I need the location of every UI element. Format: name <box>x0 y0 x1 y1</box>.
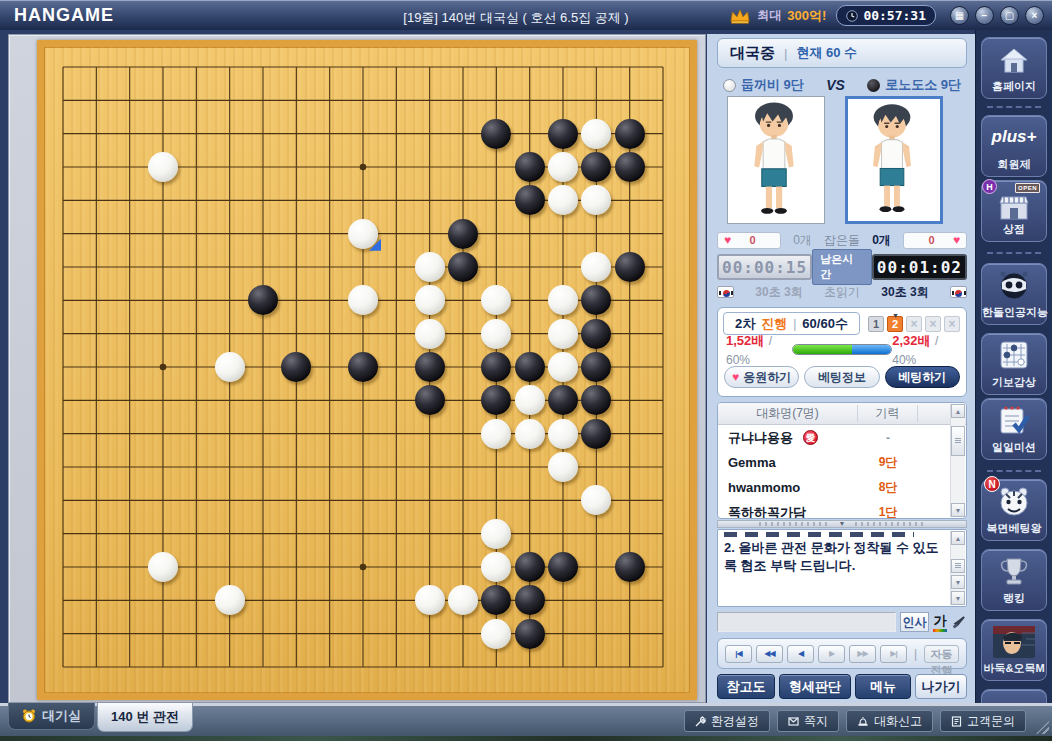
plus-logo: plus+ <box>992 127 1037 147</box>
nav-divider: | <box>914 647 917 661</box>
robot-icon <box>996 269 1032 301</box>
korea-flag-icon <box>950 286 967 298</box>
store-icon <box>998 195 1030 221</box>
white-stone <box>515 419 545 449</box>
white-stone <box>548 319 578 349</box>
black-stone <box>615 252 645 282</box>
last-move-button: ▶| <box>880 645 907 663</box>
white-stone <box>215 352 245 382</box>
clock-icon <box>846 10 858 22</box>
bet-button[interactable]: 베팅하기 <box>885 366 960 388</box>
goban-grid[interactable] <box>63 67 663 667</box>
board-panel <box>8 34 706 703</box>
window-restore-button[interactable]: ▢ <box>1000 6 1019 25</box>
window-minimize-button[interactable]: − <box>975 6 994 25</box>
house-icon <box>997 43 1031 77</box>
black-stone <box>515 185 545 215</box>
report-button[interactable]: 대화신고 <box>846 710 933 732</box>
auto-play-button[interactable]: 자동진행 <box>924 645 959 663</box>
greet-button[interactable]: 인사 <box>900 612 929 632</box>
black-clock: 00:01:02 <box>872 254 967 280</box>
menu-divider <box>987 470 1041 472</box>
vs-label: VS <box>826 77 845 93</box>
white-stone <box>481 519 511 549</box>
document-icon <box>951 716 962 727</box>
wrench-icon <box>695 716 706 727</box>
bottom-bar: 대기실 140 번 관전 환경설정 쪽지 대화신고 <box>0 703 1052 741</box>
note-button[interactable]: 쪽지 <box>777 710 839 732</box>
black-stone <box>515 152 545 182</box>
white-stone <box>581 485 611 515</box>
round-panel: 2차 진행 | 60/60수 12▼××× 1,52배 / 60% 2,32배 … <box>717 307 967 397</box>
white-stone <box>481 419 511 449</box>
black-stone <box>615 552 645 582</box>
black-stone <box>248 285 278 315</box>
right-menu-column: 홈페이지 plus+ 회원제 H OPEN 상점 한돌인공지능 기보감상 <box>975 30 1052 703</box>
spectator-row[interactable]: Gemma9단 <box>718 450 966 475</box>
captures-label: 잡은돌 <box>824 232 860 249</box>
scroll-up-button[interactable]: ▲ <box>951 531 965 545</box>
game-status-panel: 대국중 | 현재 60 수 <box>717 38 967 68</box>
white-clock: 00:00:15 <box>717 254 812 280</box>
black-stone <box>515 585 545 615</box>
black-stone <box>548 385 578 415</box>
black-stone <box>581 419 611 449</box>
scroll-down-button[interactable]: ▼ <box>951 575 965 589</box>
remaining-time-label: 남은시간 <box>812 249 872 285</box>
chat-input-row: 인사 가 <box>717 612 967 632</box>
spectator-row[interactable]: hwanmomo8단 <box>718 475 966 500</box>
status-separator: | <box>784 46 787 61</box>
black-hearts-count: 0 <box>928 234 934 246</box>
menu-item-homepage[interactable]: 홈페이지 <box>981 37 1047 99</box>
action-buttons-row: 참고도 형세판단 메뉴 나가기 <box>717 674 967 699</box>
name-column-header: 대화명(7명) <box>718 405 858 422</box>
position-judgement-button[interactable]: 형세판단 <box>779 674 851 699</box>
room-title: [19줄] 140번 대국실 ( 호선 6.5집 공제 ) <box>280 9 752 27</box>
white-hearts-count: 0 <box>750 234 756 246</box>
players-row: 둡꺼비 9단 VS 로노도소 9단 <box>717 76 967 94</box>
spectator-rank: 8단 <box>858 479 918 496</box>
white-hearts-box: ♥ 0 <box>717 232 781 249</box>
current-move-label: 현재 60 수 <box>796 44 857 62</box>
active-page-marker: ▼ <box>892 308 899 323</box>
white-stone <box>481 619 511 649</box>
betting-odds-row: 1,52배 / 60% 2,32배 / 40% <box>726 342 958 356</box>
white-player-avatar <box>727 96 825 224</box>
love-badge: 愛 <box>803 430 818 445</box>
white-stone <box>148 552 178 582</box>
trophy-icon <box>997 555 1031 587</box>
scrollbar-thumb[interactable] <box>951 559 965 573</box>
window-menu-button[interactable]: ▦ <box>950 6 969 25</box>
scrollbar-thumb[interactable] <box>951 426 965 456</box>
black-stone <box>548 119 578 149</box>
panel-splitter[interactable]: ▼ <box>717 520 967 528</box>
jackpot-value: 300억! <box>787 7 826 25</box>
first-move-button[interactable]: |◀ <box>725 645 752 663</box>
white-stone <box>581 252 611 282</box>
round-page-1[interactable]: 1 <box>868 316 884 332</box>
black-stone <box>281 352 311 382</box>
clocks-row: 00:00:15 남은시간 00:01:02 <box>717 253 967 280</box>
black-player-name: 로노도소 9단 <box>885 76 961 94</box>
white-stone <box>415 252 445 282</box>
black-stone <box>615 119 645 149</box>
black-stone <box>481 385 511 415</box>
black-stone-icon <box>867 79 880 92</box>
spectator-rows: 규냐냐용용愛-Gemma9단hwanmomo8단폭하하꼭가담1단 <box>718 425 966 519</box>
menu-item-shop[interactable]: H OPEN 상점 <box>981 180 1047 242</box>
tiger-mask-icon <box>996 485 1032 517</box>
white-stone <box>481 552 511 582</box>
betting-info-button[interactable]: 베팅정보 <box>804 366 879 388</box>
byoyomi-row: 30초 3회 초읽기 30초 3회 <box>717 284 967 300</box>
session-clock: 00:57:31 <box>836 5 936 26</box>
black-stone <box>515 619 545 649</box>
sidebar: 대국중 | 현재 60 수 둡꺼비 9단 VS 로노도소 9단 ♥ 0 0개 잡… <box>707 34 975 703</box>
game-state-label: 대국중 <box>730 44 775 63</box>
chat-input[interactable] <box>717 612 896 632</box>
menu-divider <box>987 252 1041 254</box>
white-stone <box>581 119 611 149</box>
black-hearts-box: 0 ♥ <box>903 232 967 249</box>
white-player-name: 둡꺼비 9단 <box>741 76 804 94</box>
open-tag: OPEN <box>1015 183 1040 193</box>
white-stone <box>415 585 445 615</box>
white-stone <box>548 352 578 382</box>
scroll-up-button[interactable]: ▲ <box>951 404 965 418</box>
white-stone <box>148 152 178 182</box>
spectator-name: 규냐냐용용愛 <box>718 429 858 447</box>
menu-item-membership[interactable]: plus+ 회원제 <box>981 115 1047 177</box>
scroll-down-button[interactable]: ▼ <box>951 591 965 605</box>
last-move-marker <box>369 239 381 251</box>
chat-panel: 2. 올바른 관전 문화가 정착될 수 있도록 협조 부탁 드립니다. ▲ ▼ … <box>717 529 967 607</box>
splitter-arrow-icon[interactable]: ▼ <box>829 521 855 527</box>
black-stone <box>448 252 478 282</box>
black-player-avatar <box>845 96 943 224</box>
chat-notice: 2. 올바른 관전 문화가 정착될 수 있도록 협조 부탁 드립니다. <box>718 538 966 575</box>
white-stone <box>348 219 378 249</box>
black-stone <box>348 352 378 382</box>
white-stone <box>548 185 578 215</box>
session-clock-time: 00:57:31 <box>863 8 926 23</box>
round-moves: 60/60수 <box>802 315 848 333</box>
menu-button[interactable]: 메뉴 <box>855 674 911 699</box>
white-stone <box>515 385 545 415</box>
back-button[interactable]: ◀ <box>787 645 814 663</box>
note-icon <box>788 716 799 727</box>
spectator-scrollbar[interactable]: ▲ ▼ <box>950 404 965 517</box>
h-badge: H <box>982 179 997 194</box>
black-stone <box>481 585 511 615</box>
spectator-name: Gemma <box>718 455 858 470</box>
goban-stones <box>63 67 663 667</box>
black-stone <box>581 385 611 415</box>
white-stone <box>415 319 445 349</box>
spectator-row[interactable]: 폭하하꼭가담1단 <box>718 500 966 519</box>
fast-back-button[interactable]: ◀◀ <box>756 645 783 663</box>
heart-icon: ♥ <box>724 234 731 246</box>
rank-column-header: 기력 <box>858 405 918 422</box>
white-stone <box>481 285 511 315</box>
megaphone-icon[interactable] <box>951 613 967 632</box>
tab-room-spectate[interactable]: 140 번 관전 <box>97 703 193 732</box>
spectator-list-header: 대화명(7명) 기력 <box>718 403 966 425</box>
scroll-down-button[interactable]: ▼ <box>951 503 965 517</box>
white-stone <box>548 452 578 482</box>
white-stone <box>548 419 578 449</box>
portrait-icon <box>992 625 1036 659</box>
white-stone <box>348 285 378 315</box>
spectator-name: 폭하하꼭가담 <box>718 504 858 520</box>
goban <box>37 40 697 700</box>
white-stone <box>548 285 578 315</box>
betting-bar <box>792 344 892 355</box>
black-stone <box>581 152 611 182</box>
black-byoyomi: 30초 3회 <box>881 284 928 301</box>
menu-item-baduk-omok-m[interactable]: 바둑&오목M <box>981 619 1047 681</box>
fast-forward-button: ▶▶ <box>849 645 876 663</box>
hangame-logo: HANGAME <box>14 5 114 26</box>
white-stone <box>581 185 611 215</box>
chat-scrollbar[interactable]: ▲ ▼ ▼ <box>950 531 965 605</box>
black-stone <box>615 152 645 182</box>
black-stone <box>581 285 611 315</box>
white-stone <box>415 285 445 315</box>
window-close-button[interactable]: × <box>1025 6 1044 25</box>
black-stone <box>481 119 511 149</box>
menu-item-gibo[interactable]: 기보감상 <box>981 333 1047 395</box>
exit-button[interactable]: 나가기 <box>915 674 967 699</box>
jackpot-label: 최대 <box>757 7 781 24</box>
white-stone <box>548 152 578 182</box>
black-stone <box>581 319 611 349</box>
support-button[interactable]: 고객문의 <box>940 710 1026 732</box>
crown-icon <box>729 8 751 24</box>
calendar-check-icon <box>997 404 1031 436</box>
font-color-button[interactable]: 가 <box>933 612 947 632</box>
go-board-icon <box>998 339 1030 371</box>
black-stone <box>515 552 545 582</box>
black-odds: 2,32배 <box>892 333 930 348</box>
black-stone <box>415 385 445 415</box>
white-stone-icon <box>723 79 736 92</box>
reference-diagram-button[interactable]: 참고도 <box>717 674 775 699</box>
spectator-row[interactable]: 규냐냐용용愛- <box>718 425 966 450</box>
white-stone <box>481 319 511 349</box>
spectator-rank: - <box>858 431 918 445</box>
white-stone <box>215 585 245 615</box>
menu-item-daily-mission[interactable]: 일일미션 <box>981 398 1047 460</box>
round-separator: | <box>793 317 796 331</box>
black-stone <box>515 352 545 382</box>
black-stone <box>448 219 478 249</box>
spectator-name: hwanmomo <box>718 480 858 495</box>
menu-item-ranking[interactable]: 랭킹 <box>981 549 1047 611</box>
white-byoyomi: 30초 3회 <box>755 284 802 301</box>
byoyomi-label: 초읽기 <box>824 284 860 301</box>
clipped-message <box>724 532 914 537</box>
white-captures: 0개 <box>793 232 812 249</box>
heart-icon: ♥ <box>953 234 960 246</box>
move-navigation-panel: |◀◀◀◀▶▶▶▶| | 자동진행 <box>717 638 967 669</box>
betting-bar-green <box>793 345 852 354</box>
black-stone <box>481 352 511 382</box>
hearts-row: ♥ 0 0개 잡은돌 0개 0 ♥ <box>717 231 967 249</box>
nav-buttons: |◀◀◀◀▶▶▶▶| <box>725 645 907 663</box>
menu-item-handol-ai[interactable]: 한돌인공지능 <box>981 263 1047 325</box>
cheer-button[interactable]: ♥ 응원하기 <box>724 366 799 388</box>
black-stone <box>415 352 445 382</box>
spectator-rank: 1단 <box>858 504 918 519</box>
white-stone <box>448 585 478 615</box>
white-odds: 1,52배 <box>726 333 764 348</box>
spectator-rank: 9단 <box>858 454 918 471</box>
menu-item-masked-betting[interactable]: N 복면베팅왕 <box>981 479 1047 541</box>
spectator-list-panel: 대화명(7명) 기력 규냐냐용용愛-Gemma9단hwanmomo8단폭하하꼭가… <box>717 402 967 519</box>
black-stone <box>581 352 611 382</box>
heart-icon: ♥ <box>732 371 739 383</box>
settings-button[interactable]: 환경설정 <box>684 710 770 732</box>
menu-divider <box>987 106 1041 108</box>
black-captures: 0개 <box>872 232 891 249</box>
siren-icon <box>857 716 869 727</box>
korea-flag-icon <box>717 286 734 298</box>
black-stone <box>548 552 578 582</box>
title-bar: HANGAME [19줄] 140번 대국실 ( 호선 6.5집 공제 ) 최대… <box>0 0 1052 30</box>
betting-bar-blue <box>852 345 891 354</box>
tab-waiting-room[interactable]: 대기실 <box>8 703 95 730</box>
forward-button: ▶ <box>818 645 845 663</box>
alarm-clock-icon <box>22 709 36 723</box>
